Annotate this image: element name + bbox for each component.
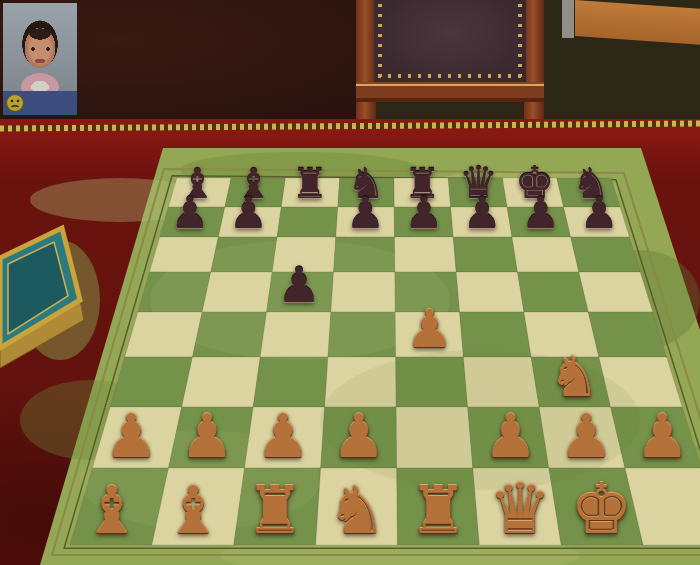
piece-white-king-g1[interactable]: ♚ <box>567 474 637 544</box>
square-f5[interactable] <box>456 272 524 312</box>
piece-white-knight-d1[interactable]: ♞ <box>324 478 390 544</box>
piece-white-pawn-h2[interactable]: ♟ <box>632 406 692 466</box>
piece-white-pawn-d2[interactable]: ♟ <box>329 406 389 466</box>
piece-black-pawn-h7[interactable]: ♟ <box>577 191 621 235</box>
piece-white-pawn-e4[interactable]: ♟ <box>403 303 455 355</box>
webcam-panel <box>3 3 77 115</box>
square-f6[interactable] <box>453 237 517 272</box>
piece-white-pawn-g2[interactable]: ♟ <box>556 406 616 466</box>
piece-white-bishop-b1[interactable]: ♝ <box>160 478 226 544</box>
piece-white-rook-e1[interactable]: ♜ <box>405 478 471 544</box>
square-c3[interactable] <box>253 357 328 407</box>
piece-black-pawn-g7[interactable]: ♟ <box>519 191 563 235</box>
piece-black-rook-c8[interactable]: ♜ <box>289 163 331 205</box>
piece-black-pawn-f7[interactable]: ♟ <box>460 191 504 235</box>
square-a3[interactable] <box>110 357 192 407</box>
piece-black-pawn-b7[interactable]: ♟ <box>226 191 270 235</box>
square-b3[interactable] <box>182 357 261 407</box>
piece-black-pawn-d7[interactable]: ♟ <box>343 191 387 235</box>
piece-white-pawn-c2[interactable]: ♟ <box>253 406 313 466</box>
square-g6[interactable] <box>512 237 579 272</box>
piece-black-pawn-e7[interactable]: ♟ <box>402 191 446 235</box>
piece-white-pawn-f2[interactable]: ♟ <box>480 406 540 466</box>
piece-white-pawn-b2[interactable]: ♟ <box>177 406 237 466</box>
piece-white-knight-g3[interactable]: ♞ <box>546 349 602 405</box>
square-h5[interactable] <box>579 272 653 312</box>
square-h6[interactable] <box>571 237 641 272</box>
game-scene: ♝♝♜♞♜♛♚♞♟♟♟♟♟♟♟♟♟♞♟♟♟♟♟♟♟♝♝♜♞♜♛♚ 3D ches… <box>0 0 700 565</box>
square-g5[interactable] <box>518 272 589 312</box>
square-c7[interactable] <box>277 207 338 237</box>
smiley-face-icon[interactable] <box>5 93 25 113</box>
piece-white-rook-c1[interactable]: ♜ <box>242 478 308 544</box>
webcam-avatar <box>3 3 77 91</box>
piece-black-pawn-c5[interactable]: ♟ <box>274 261 323 310</box>
piece-white-queen-f1[interactable]: ♛ <box>485 474 555 544</box>
piece-white-pawn-a2[interactable]: ♟ <box>101 406 161 466</box>
piece-white-bishop-a1[interactable]: ♝ <box>79 478 145 544</box>
piece-black-pawn-a7[interactable]: ♟ <box>168 191 212 235</box>
